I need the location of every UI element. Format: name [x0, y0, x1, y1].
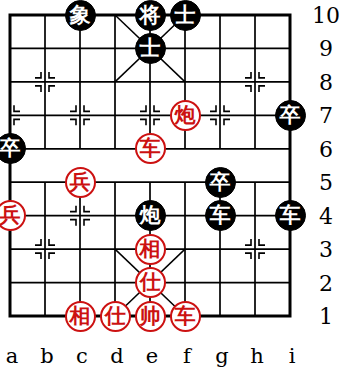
file-label-c: c	[76, 344, 88, 368]
piece-red-general-e1[interactable]: 帅	[135, 301, 166, 332]
rank-label-6: 6	[319, 136, 333, 161]
piece-black-advisor-e9[interactable]: 士	[135, 33, 166, 64]
piece-red-soldier-c5[interactable]: 兵	[65, 167, 96, 198]
piece-black-cannon-e4[interactable]: 炮	[135, 200, 166, 231]
piece-red-elephant-e3[interactable]: 相	[135, 234, 166, 265]
piece-red-advisor-e2[interactable]: 仕	[135, 267, 166, 298]
file-label-g: g	[215, 344, 228, 368]
piece-black-advisor-f10[interactable]: 士	[170, 0, 201, 31]
file-label-b: b	[40, 344, 53, 368]
piece-black-elephant-c10[interactable]: 象	[65, 0, 96, 31]
piece-black-chariot-g4[interactable]: 车	[205, 200, 236, 231]
rank-label-1: 1	[319, 304, 333, 329]
piece-red-chariot-e6[interactable]: 车	[135, 133, 166, 164]
piece-red-chariot-f1[interactable]: 车	[170, 301, 201, 332]
rank-label-8: 8	[319, 69, 333, 94]
file-label-a: a	[6, 344, 19, 368]
rank-label-10: 10	[312, 3, 340, 28]
rank-label-9: 9	[319, 36, 333, 61]
piece-black-soldier-i7[interactable]: 卒	[275, 100, 306, 131]
file-label-e: e	[146, 344, 158, 368]
file-label-f: f	[183, 344, 191, 368]
xiangqi-diagram: 象将士士卒卒卒炮车车炮车兵兵相仕相仕帅车 10987654321 abcdefg…	[0, 0, 350, 374]
rank-label-3: 3	[319, 237, 333, 262]
piece-red-cannon-f7[interactable]: 炮	[170, 100, 201, 131]
rank-label-7: 7	[319, 103, 333, 128]
rank-label-2: 2	[319, 270, 333, 295]
file-label-h: h	[250, 344, 264, 368]
file-label-d: d	[110, 344, 123, 368]
piece-black-general-e10[interactable]: 将	[135, 0, 166, 31]
piece-red-advisor-d1[interactable]: 仕	[100, 301, 131, 332]
rank-label-4: 4	[319, 203, 333, 228]
file-label-i: i	[289, 344, 296, 368]
rank-label-5: 5	[319, 170, 333, 195]
piece-black-chariot-i4[interactable]: 车	[275, 200, 306, 231]
piece-red-elephant-c1[interactable]: 相	[65, 301, 96, 332]
piece-black-soldier-g5[interactable]: 卒	[205, 167, 236, 198]
